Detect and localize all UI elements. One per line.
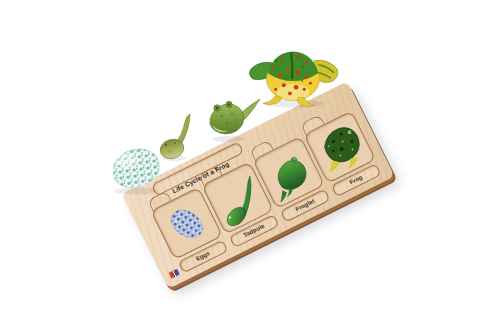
tadpole-figurine-art: [157, 112, 203, 162]
adult-frog-figurine-art: [245, 44, 341, 108]
tadpole-figurine[interactable]: [157, 112, 203, 162]
brand-logo: [169, 269, 180, 278]
adult-frog-figurine[interactable]: [245, 44, 341, 108]
product-photo: Life Cycle of a Frog: [0, 0, 500, 334]
